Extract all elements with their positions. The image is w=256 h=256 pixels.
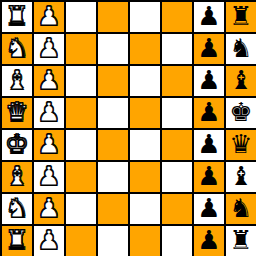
- square-r5c2[interactable]: ♟: [32, 128, 64, 160]
- black-rook-piece[interactable]: ♜: [229, 3, 252, 29]
- square-r3c3[interactable]: [64, 64, 96, 96]
- square-r1c1[interactable]: ♜: [0, 0, 32, 32]
- white-knight-piece[interactable]: ♞: [5, 35, 28, 61]
- square-r1c3[interactable]: [64, 0, 96, 32]
- square-r4c2[interactable]: ♟: [32, 96, 64, 128]
- white-bishop-piece[interactable]: ♝: [5, 163, 28, 189]
- square-r5c1[interactable]: ♚: [0, 128, 32, 160]
- square-r7c3[interactable]: [64, 192, 96, 224]
- square-r2c4[interactable]: [96, 32, 128, 64]
- square-r6c7[interactable]: ♟: [192, 160, 224, 192]
- square-r3c4[interactable]: [96, 64, 128, 96]
- square-r8c4[interactable]: [96, 224, 128, 256]
- square-r6c5[interactable]: [128, 160, 160, 192]
- square-r3c6[interactable]: [160, 64, 192, 96]
- square-r2c7[interactable]: ♟: [192, 32, 224, 64]
- chess-board: ♜♟♟♜♞♟♟♞♝♟♟♝♛♟♟♚♚♟♟♛♝♟♟♝♞♟♟♞♜♟♟♜: [0, 0, 256, 256]
- black-knight-piece[interactable]: ♞: [229, 35, 252, 61]
- black-pawn-piece[interactable]: ♟: [197, 163, 220, 189]
- square-r2c5[interactable]: [128, 32, 160, 64]
- square-r7c1[interactable]: ♞: [0, 192, 32, 224]
- black-pawn-piece[interactable]: ♟: [197, 35, 220, 61]
- black-pawn-piece[interactable]: ♟: [197, 99, 220, 125]
- white-king-piece[interactable]: ♚: [5, 131, 28, 157]
- square-r6c2[interactable]: ♟: [32, 160, 64, 192]
- black-bishop-piece[interactable]: ♝: [229, 67, 252, 93]
- square-r6c6[interactable]: [160, 160, 192, 192]
- square-r7c5[interactable]: [128, 192, 160, 224]
- square-r6c4[interactable]: [96, 160, 128, 192]
- black-bishop-piece[interactable]: ♝: [229, 163, 252, 189]
- square-r5c6[interactable]: [160, 128, 192, 160]
- square-r2c8[interactable]: ♞: [224, 32, 256, 64]
- black-pawn-piece[interactable]: ♟: [197, 67, 220, 93]
- white-rook-piece[interactable]: ♜: [5, 3, 28, 29]
- square-r4c5[interactable]: [128, 96, 160, 128]
- square-r3c5[interactable]: [128, 64, 160, 96]
- square-r2c3[interactable]: [64, 32, 96, 64]
- square-r8c1[interactable]: ♜: [0, 224, 32, 256]
- black-knight-piece[interactable]: ♞: [229, 195, 252, 221]
- black-pawn-piece[interactable]: ♟: [197, 3, 220, 29]
- square-r4c4[interactable]: [96, 96, 128, 128]
- square-r3c1[interactable]: ♝: [0, 64, 32, 96]
- white-pawn-piece[interactable]: ♟: [37, 131, 60, 157]
- white-pawn-piece[interactable]: ♟: [37, 3, 60, 29]
- white-pawn-piece[interactable]: ♟: [37, 99, 60, 125]
- square-r1c5[interactable]: [128, 0, 160, 32]
- square-r2c2[interactable]: ♟: [32, 32, 64, 64]
- square-r8c7[interactable]: ♟: [192, 224, 224, 256]
- square-r8c2[interactable]: ♟: [32, 224, 64, 256]
- square-r8c8[interactable]: ♜: [224, 224, 256, 256]
- square-r4c7[interactable]: ♟: [192, 96, 224, 128]
- white-pawn-piece[interactable]: ♟: [37, 67, 60, 93]
- black-pawn-piece[interactable]: ♟: [197, 195, 220, 221]
- square-r5c5[interactable]: [128, 128, 160, 160]
- square-r5c3[interactable]: [64, 128, 96, 160]
- white-pawn-piece[interactable]: ♟: [37, 163, 60, 189]
- white-pawn-piece[interactable]: ♟: [37, 227, 60, 253]
- square-r4c3[interactable]: [64, 96, 96, 128]
- black-pawn-piece[interactable]: ♟: [197, 227, 220, 253]
- square-r8c5[interactable]: [128, 224, 160, 256]
- square-r6c1[interactable]: ♝: [0, 160, 32, 192]
- square-r7c4[interactable]: [96, 192, 128, 224]
- square-r1c2[interactable]: ♟: [32, 0, 64, 32]
- white-pawn-piece[interactable]: ♟: [37, 35, 60, 61]
- square-r7c8[interactable]: ♞: [224, 192, 256, 224]
- black-pawn-piece[interactable]: ♟: [197, 131, 220, 157]
- white-queen-piece[interactable]: ♛: [5, 99, 28, 125]
- square-r3c2[interactable]: ♟: [32, 64, 64, 96]
- square-r3c7[interactable]: ♟: [192, 64, 224, 96]
- square-r2c1[interactable]: ♞: [0, 32, 32, 64]
- square-r4c6[interactable]: [160, 96, 192, 128]
- square-r8c3[interactable]: [64, 224, 96, 256]
- square-r7c6[interactable]: [160, 192, 192, 224]
- square-r8c6[interactable]: [160, 224, 192, 256]
- white-rook-piece[interactable]: ♜: [5, 227, 28, 253]
- square-r6c8[interactable]: ♝: [224, 160, 256, 192]
- white-pawn-piece[interactable]: ♟: [37, 195, 60, 221]
- square-r1c7[interactable]: ♟: [192, 0, 224, 32]
- white-knight-piece[interactable]: ♞: [5, 195, 28, 221]
- square-r1c8[interactable]: ♜: [224, 0, 256, 32]
- square-r1c4[interactable]: [96, 0, 128, 32]
- square-r5c8[interactable]: ♛: [224, 128, 256, 160]
- black-queen-piece[interactable]: ♛: [229, 131, 252, 157]
- black-rook-piece[interactable]: ♜: [229, 227, 252, 253]
- square-r2c6[interactable]: [160, 32, 192, 64]
- white-bishop-piece[interactable]: ♝: [5, 67, 28, 93]
- square-r7c7[interactable]: ♟: [192, 192, 224, 224]
- square-r5c4[interactable]: [96, 128, 128, 160]
- square-r1c6[interactable]: [160, 0, 192, 32]
- square-r6c3[interactable]: [64, 160, 96, 192]
- square-r4c8[interactable]: ♚: [224, 96, 256, 128]
- square-r4c1[interactable]: ♛: [0, 96, 32, 128]
- square-r7c2[interactable]: ♟: [32, 192, 64, 224]
- square-r3c8[interactable]: ♝: [224, 64, 256, 96]
- square-r5c7[interactable]: ♟: [192, 128, 224, 160]
- black-king-piece[interactable]: ♚: [229, 99, 252, 125]
